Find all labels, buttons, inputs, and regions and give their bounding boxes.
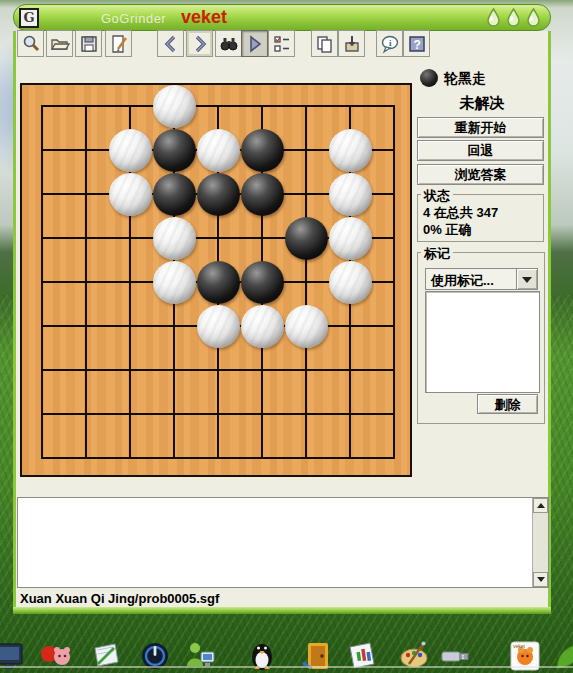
white-stone[interactable] [329, 129, 372, 172]
grid-line-vertical [393, 105, 395, 459]
titlebar[interactable]: G GoGrinder veket [13, 4, 551, 31]
edit-button[interactable] [105, 30, 132, 57]
scroll-up-button[interactable] [533, 498, 548, 513]
next-problem-button[interactable] [186, 30, 213, 57]
white-stone[interactable] [329, 261, 372, 304]
combobox-dropdown-button[interactable] [516, 269, 537, 289]
white-stone[interactable] [285, 305, 328, 348]
open-button[interactable] [46, 30, 73, 57]
white-stone[interactable] [197, 129, 240, 172]
marks-combobox[interactable]: 使用标记... [425, 268, 538, 290]
zoom-button[interactable] [17, 30, 44, 57]
window-bottom-border [13, 607, 551, 614]
restart-button[interactable]: 重新开始 [417, 117, 544, 138]
taskbar-divider [0, 666, 573, 668]
import-button[interactable] [338, 30, 365, 57]
desktop-screen: G GoGrinder veket [0, 0, 573, 673]
white-stone[interactable] [153, 85, 196, 128]
binoculars-icon [219, 34, 239, 54]
browse-answer-button[interactable]: 浏览答案 [417, 164, 544, 185]
minimize-drop-button[interactable] [486, 8, 501, 27]
comment-button[interactable]: i [376, 30, 403, 57]
black-stone[interactable] [153, 129, 196, 172]
chevron-left-icon [161, 34, 181, 54]
app-logo-icon: G [19, 8, 39, 28]
white-stone[interactable] [153, 217, 196, 260]
gogrinder-window: G GoGrinder veket [13, 4, 551, 614]
white-stone[interactable] [329, 173, 372, 216]
chevron-right-icon [190, 34, 210, 54]
chevron-down-icon [522, 277, 532, 283]
white-stone[interactable] [109, 129, 152, 172]
white-stone[interactable] [109, 173, 152, 216]
play-button[interactable] [241, 30, 268, 57]
black-stone[interactable] [285, 217, 328, 260]
white-stone[interactable] [241, 305, 284, 348]
black-stone[interactable] [241, 173, 284, 216]
marks-listbox[interactable] [425, 291, 540, 393]
turn-black-stone-icon [420, 69, 438, 87]
close-drop-button[interactable] [526, 8, 541, 27]
save-button[interactable] [75, 30, 102, 57]
undo-button[interactable]: 回退 [417, 140, 544, 161]
black-stone[interactable] [197, 173, 240, 216]
copy-icon [315, 34, 335, 54]
status-group-title: 状态 [421, 187, 453, 205]
progress-count: 4 在总共 347 [423, 204, 498, 222]
grid-line-horizontal [41, 413, 395, 415]
go-board[interactable] [20, 83, 412, 477]
play-icon [245, 34, 265, 54]
maximize-drop-button[interactable] [506, 8, 521, 27]
delete-mark-button[interactable]: 删除 [477, 394, 538, 414]
black-stone[interactable] [197, 261, 240, 304]
help-button[interactable]: ? [403, 30, 430, 57]
arrow-up-icon [537, 503, 545, 508]
marks-combobox-value: 使用标记... [431, 272, 494, 290]
import-icon [342, 34, 362, 54]
comment-bubble-icon: i [380, 34, 400, 54]
svg-text:veket: veket [513, 643, 526, 649]
black-stone[interactable] [153, 173, 196, 216]
window-controls [486, 8, 541, 27]
vertical-scrollbar[interactable] [532, 498, 548, 587]
save-icon [79, 34, 99, 54]
options-list-icon [272, 34, 292, 54]
white-stone[interactable] [329, 217, 372, 260]
white-stone[interactable] [197, 305, 240, 348]
scroll-down-button[interactable] [533, 572, 548, 587]
help-icon: ? [407, 34, 427, 54]
copy-button[interactable] [311, 30, 338, 57]
statusbar-filename: Xuan Xuan Qi Jing/prob0005.sgf [20, 591, 219, 606]
previous-problem-button[interactable] [157, 30, 184, 57]
window-title: GoGrinder [101, 11, 166, 26]
edit-icon [109, 34, 129, 54]
window-brand: veket [181, 7, 227, 28]
find-button[interactable] [215, 30, 242, 57]
correct-percentage: 0% 正确 [423, 221, 471, 239]
grid-line-vertical [305, 105, 307, 459]
turn-indicator: 轮黑走 [444, 70, 486, 88]
taskbar: veket [0, 638, 573, 673]
result-status: 未解决 [421, 94, 543, 113]
svg-text:?: ? [413, 37, 420, 51]
black-stone[interactable] [241, 261, 284, 304]
arrow-down-icon [537, 577, 545, 582]
magnifier-icon [21, 34, 41, 54]
marks-group-title: 标记 [421, 245, 453, 263]
options-button[interactable] [268, 30, 295, 57]
grid-line-horizontal [41, 457, 395, 459]
comment-textarea[interactable] [17, 497, 549, 588]
black-stone[interactable] [241, 129, 284, 172]
open-folder-icon [50, 34, 70, 54]
grid-line-horizontal [41, 369, 395, 371]
white-stone[interactable] [153, 261, 196, 304]
